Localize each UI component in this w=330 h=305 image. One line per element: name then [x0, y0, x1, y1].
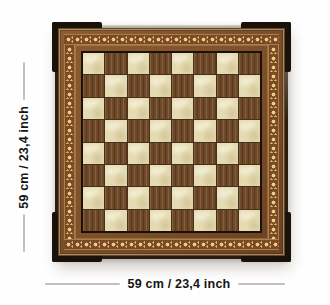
square-c2 — [128, 187, 149, 208]
square-d3 — [150, 165, 171, 186]
square-e2 — [172, 187, 193, 208]
square-b8 — [105, 53, 126, 74]
square-h2 — [239, 187, 260, 208]
square-c1 — [128, 210, 149, 231]
width-dimension-label: 59 cm / 23,4 inch — [128, 277, 231, 291]
square-b2 — [105, 187, 126, 208]
square-a7 — [83, 75, 104, 96]
square-g7 — [217, 75, 238, 96]
square-g3 — [217, 165, 238, 186]
square-f3 — [194, 165, 215, 186]
square-h5 — [239, 120, 260, 141]
inlay-pattern-left — [64, 45, 75, 239]
inlay-pattern-top — [64, 34, 279, 45]
square-g1 — [217, 210, 238, 231]
square-f6 — [194, 98, 215, 119]
square-e5 — [172, 120, 193, 141]
square-f7 — [194, 75, 215, 96]
square-d7 — [150, 75, 171, 96]
square-f1 — [194, 210, 215, 231]
square-b3 — [105, 165, 126, 186]
height-dimension-line-top — [23, 62, 25, 100]
square-c3 — [128, 165, 149, 186]
square-d6 — [150, 98, 171, 119]
square-f8 — [194, 53, 215, 74]
square-d4 — [150, 143, 171, 164]
square-f2 — [194, 187, 215, 208]
playing-area-border — [81, 51, 262, 233]
square-b4 — [105, 143, 126, 164]
square-e1 — [172, 210, 193, 231]
inlay-pattern-right — [268, 45, 279, 239]
square-f5 — [194, 120, 215, 141]
square-d2 — [150, 187, 171, 208]
square-e8 — [172, 53, 193, 74]
square-b6 — [105, 98, 126, 119]
board-photo: 59 cm / 23,4 inch — [0, 0, 330, 305]
square-d5 — [150, 120, 171, 141]
square-e3 — [172, 165, 193, 186]
square-g8 — [217, 53, 238, 74]
square-a1 — [83, 210, 104, 231]
square-h3 — [239, 165, 260, 186]
square-b5 — [105, 120, 126, 141]
square-a5 — [83, 120, 104, 141]
square-h1 — [239, 210, 260, 231]
square-d8 — [150, 53, 171, 74]
square-h4 — [239, 143, 260, 164]
height-dimension-label: 59 cm / 23,4 inch — [17, 106, 31, 209]
square-b7 — [105, 75, 126, 96]
square-c7 — [128, 75, 149, 96]
square-g6 — [217, 98, 238, 119]
square-c4 — [128, 143, 149, 164]
square-a3 — [83, 165, 104, 186]
square-b1 — [105, 210, 126, 231]
square-c5 — [128, 120, 149, 141]
square-e4 — [172, 143, 193, 164]
square-c8 — [128, 53, 149, 74]
square-e7 — [172, 75, 193, 96]
square-a2 — [83, 187, 104, 208]
square-f4 — [194, 143, 215, 164]
square-g2 — [217, 187, 238, 208]
square-a6 — [83, 98, 104, 119]
square-e6 — [172, 98, 193, 119]
square-h7 — [239, 75, 260, 96]
square-a8 — [83, 53, 104, 74]
frame-outer-band — [58, 28, 285, 256]
square-h8 — [239, 53, 260, 74]
square-d1 — [150, 210, 171, 231]
height-dimension-line-bottom — [23, 214, 25, 252]
square-g5 — [217, 120, 238, 141]
inlay-pattern-bottom — [64, 239, 279, 250]
frame-inlay-band — [64, 34, 279, 250]
width-dimension-line-right — [238, 283, 285, 285]
frame-inner-band — [75, 45, 268, 239]
square-h6 — [239, 98, 260, 119]
width-dimension: 59 cm / 23,4 inch — [45, 276, 285, 292]
square-c6 — [128, 98, 149, 119]
square-g4 — [217, 143, 238, 164]
board-squares — [83, 53, 260, 231]
square-a4 — [83, 143, 104, 164]
width-dimension-line-left — [45, 283, 120, 285]
height-dimension: 59 cm / 23,4 inch — [10, 62, 38, 252]
chess-board — [55, 25, 288, 259]
